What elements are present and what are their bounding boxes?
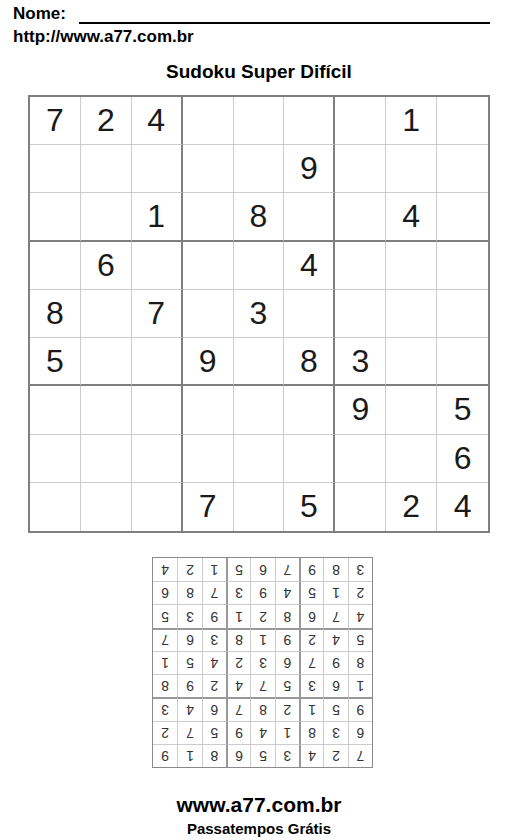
solution-cell-r5c6: 2 bbox=[226, 651, 250, 674]
solution-cell-r7c8: 3 bbox=[177, 604, 201, 627]
solution-cell-r8c9: 6 bbox=[153, 581, 177, 604]
puzzle-cell-r1c8: 1 bbox=[386, 97, 437, 145]
puzzle-cell-r9c6: 5 bbox=[284, 483, 335, 531]
puzzle-cell-r2c9 bbox=[437, 145, 488, 193]
site-url-text: http://www.a77.com.br bbox=[13, 27, 194, 47]
puzzle-cell-r4c4 bbox=[183, 242, 234, 290]
solution-cell-r2c9: 2 bbox=[153, 721, 177, 744]
puzzle-cell-r7c2 bbox=[81, 386, 132, 434]
solution-cell-r6c7: 3 bbox=[202, 628, 226, 651]
solution-cell-r8c2: 1 bbox=[323, 581, 347, 604]
solution-cell-r7c5: 2 bbox=[250, 604, 274, 627]
puzzle-cell-r6c4: 9 bbox=[183, 338, 234, 386]
puzzle-cell-r8c1 bbox=[30, 435, 81, 483]
puzzle-cell-r9c2 bbox=[81, 483, 132, 531]
puzzle-cell-r3c2 bbox=[81, 193, 132, 241]
solution-cell-r5c9: 1 bbox=[153, 651, 177, 674]
puzzle-cell-r5c6 bbox=[284, 290, 335, 338]
solution-cell-r5c2: 9 bbox=[323, 651, 347, 674]
puzzle-cell-r8c5 bbox=[234, 435, 285, 483]
puzzle-cell-r4c3 bbox=[132, 242, 183, 290]
puzzle-cell-r7c1 bbox=[30, 386, 81, 434]
puzzle-cell-r5c3: 7 bbox=[132, 290, 183, 338]
puzzle-cell-r1c9 bbox=[437, 97, 488, 145]
solution-cell-r2c7: 5 bbox=[202, 721, 226, 744]
puzzle-cell-r6c6: 8 bbox=[284, 338, 335, 386]
puzzle-cell-r4c6: 4 bbox=[284, 242, 335, 290]
solution-cell-r7c4: 8 bbox=[275, 604, 299, 627]
solution-cell-r2c4: 1 bbox=[275, 721, 299, 744]
solution-cell-r7c9: 5 bbox=[153, 604, 177, 627]
solution-cell-r5c8: 5 bbox=[177, 651, 201, 674]
solution-cell-r4c9: 8 bbox=[153, 674, 177, 697]
solution-cell-r5c4: 6 bbox=[275, 651, 299, 674]
solution-cell-r4c3: 3 bbox=[299, 674, 323, 697]
puzzle-cell-r2c3 bbox=[132, 145, 183, 193]
solution-cell-r3c2: 5 bbox=[323, 697, 347, 720]
sudoku-puzzle-grid: 724191846487359839567524 bbox=[28, 95, 490, 533]
solution-cell-r2c3: 8 bbox=[299, 721, 323, 744]
solution-cell-r1c2: 2 bbox=[323, 744, 347, 767]
solution-cell-r3c9: 3 bbox=[153, 697, 177, 720]
page-title: Sudoku Super Difícil bbox=[0, 61, 518, 83]
solution-cell-r6c5: 1 bbox=[250, 628, 274, 651]
puzzle-cell-r5c4 bbox=[183, 290, 234, 338]
puzzle-cell-r6c3 bbox=[132, 338, 183, 386]
puzzle-cell-r9c4: 7 bbox=[183, 483, 234, 531]
solution-cell-r8c1: 2 bbox=[348, 581, 372, 604]
page: Nome: http://www.a77.com.br Sudoku Super… bbox=[0, 0, 518, 840]
solution-cell-r8c7: 7 bbox=[202, 581, 226, 604]
solution-cell-r9c4: 7 bbox=[275, 558, 299, 581]
solution-cell-r3c6: 7 bbox=[226, 697, 250, 720]
puzzle-cell-r8c8 bbox=[386, 435, 437, 483]
solution-cell-r3c4: 2 bbox=[275, 697, 299, 720]
solution-cell-r9c7: 1 bbox=[202, 558, 226, 581]
solution-cell-r8c4: 4 bbox=[275, 581, 299, 604]
puzzle-cell-r1c4 bbox=[183, 97, 234, 145]
puzzle-cell-r4c7 bbox=[335, 242, 386, 290]
solution-cell-r4c1: 1 bbox=[348, 674, 372, 697]
solution-cell-r8c3: 5 bbox=[299, 581, 323, 604]
solution-cell-r2c6: 9 bbox=[226, 721, 250, 744]
puzzle-cell-r4c2: 6 bbox=[81, 242, 132, 290]
solution-cell-r3c5: 8 bbox=[250, 697, 274, 720]
solution-cell-r9c5: 6 bbox=[250, 558, 274, 581]
puzzle-cell-r4c5 bbox=[234, 242, 285, 290]
puzzle-cell-r5c7 bbox=[335, 290, 386, 338]
puzzle-cell-r9c1 bbox=[30, 483, 81, 531]
solution-cell-r1c7: 8 bbox=[202, 744, 226, 767]
solution-cell-r2c8: 7 bbox=[177, 721, 201, 744]
puzzle-cell-r4c8 bbox=[386, 242, 437, 290]
solution-cell-r4c5: 7 bbox=[250, 674, 274, 697]
solution-cell-r1c8: 1 bbox=[177, 744, 201, 767]
solution-cell-r9c3: 9 bbox=[299, 558, 323, 581]
solution-cell-r1c9: 9 bbox=[153, 744, 177, 767]
puzzle-cell-r1c7 bbox=[335, 97, 386, 145]
puzzle-cell-r7c6 bbox=[284, 386, 335, 434]
puzzle-cell-r8c4 bbox=[183, 435, 234, 483]
puzzle-cell-r3c5: 8 bbox=[234, 193, 285, 241]
puzzle-cell-r8c2 bbox=[81, 435, 132, 483]
puzzle-cell-r1c6 bbox=[284, 97, 335, 145]
puzzle-cell-r4c1 bbox=[30, 242, 81, 290]
solution-cell-r9c1: 3 bbox=[348, 558, 372, 581]
solution-cell-r2c2: 3 bbox=[323, 721, 347, 744]
puzzle-cell-r3c4 bbox=[183, 193, 234, 241]
puzzle-cell-r9c3 bbox=[132, 483, 183, 531]
puzzle-cell-r1c5 bbox=[234, 97, 285, 145]
solution-cell-r4c7: 2 bbox=[202, 674, 226, 697]
puzzle-cell-r6c9 bbox=[437, 338, 488, 386]
puzzle-cell-r3c9 bbox=[437, 193, 488, 241]
solution-cell-r9c6: 5 bbox=[226, 558, 250, 581]
puzzle-cell-r2c6: 9 bbox=[284, 145, 335, 193]
puzzle-cell-r3c8: 4 bbox=[386, 193, 437, 241]
solution-cell-r8c5: 9 bbox=[250, 581, 274, 604]
solution-cell-r3c8: 4 bbox=[177, 697, 201, 720]
solution-cell-r6c2: 4 bbox=[323, 628, 347, 651]
solution-cell-r9c9: 4 bbox=[153, 558, 177, 581]
puzzle-cell-r2c2 bbox=[81, 145, 132, 193]
solution-cell-r2c1: 6 bbox=[348, 721, 372, 744]
name-fill-line bbox=[79, 1, 490, 24]
footer-tagline: Passatempos Grátis bbox=[0, 820, 518, 837]
puzzle-cell-r7c8 bbox=[386, 386, 437, 434]
solution-cell-r1c6: 6 bbox=[226, 744, 250, 767]
puzzle-cell-r8c6 bbox=[284, 435, 335, 483]
puzzle-cell-r5c8 bbox=[386, 290, 437, 338]
puzzle-cell-r9c8: 2 bbox=[386, 483, 437, 531]
puzzle-cell-r7c9: 5 bbox=[437, 386, 488, 434]
puzzle-cell-r6c8 bbox=[386, 338, 437, 386]
solution-cell-r6c3: 2 bbox=[299, 628, 323, 651]
puzzle-cell-r7c4 bbox=[183, 386, 234, 434]
footer-site: www.a77.com.br bbox=[0, 793, 518, 817]
solution-cell-r4c2: 6 bbox=[323, 674, 347, 697]
puzzle-cell-r8c7 bbox=[335, 435, 386, 483]
solution-cell-r3c7: 6 bbox=[202, 697, 226, 720]
solution-cell-r8c8: 8 bbox=[177, 581, 201, 604]
puzzle-cell-r2c5 bbox=[234, 145, 285, 193]
puzzle-cell-r2c8 bbox=[386, 145, 437, 193]
puzzle-cell-r6c5 bbox=[234, 338, 285, 386]
sudoku-solution-grid-rotated: 7243568196381495729512876431635742988976… bbox=[152, 557, 373, 768]
puzzle-cell-r5c2 bbox=[81, 290, 132, 338]
puzzle-cell-r8c9: 6 bbox=[437, 435, 488, 483]
solution-cell-r7c1: 4 bbox=[348, 604, 372, 627]
puzzle-cell-r5c9 bbox=[437, 290, 488, 338]
solution-cell-r6c4: 9 bbox=[275, 628, 299, 651]
puzzle-cell-r9c9: 4 bbox=[437, 483, 488, 531]
puzzle-cell-r3c1 bbox=[30, 193, 81, 241]
solution-cell-r4c6: 4 bbox=[226, 674, 250, 697]
solution-cell-r6c8: 6 bbox=[177, 628, 201, 651]
solution-cell-r1c3: 4 bbox=[299, 744, 323, 767]
solution-cell-r5c7: 4 bbox=[202, 651, 226, 674]
puzzle-cell-r1c2: 2 bbox=[81, 97, 132, 145]
solution-cell-r5c3: 7 bbox=[299, 651, 323, 674]
puzzle-cell-r6c2 bbox=[81, 338, 132, 386]
solution-cell-r7c6: 1 bbox=[226, 604, 250, 627]
solution-cell-r9c8: 2 bbox=[177, 558, 201, 581]
solution-cell-r6c9: 7 bbox=[153, 628, 177, 651]
solution-cell-r4c4: 5 bbox=[275, 674, 299, 697]
puzzle-cell-r2c1 bbox=[30, 145, 81, 193]
puzzle-cell-r3c3: 1 bbox=[132, 193, 183, 241]
solution-cell-r5c5: 3 bbox=[250, 651, 274, 674]
puzzle-cell-r9c7 bbox=[335, 483, 386, 531]
puzzle-cell-r3c7 bbox=[335, 193, 386, 241]
solution-cell-r7c7: 9 bbox=[202, 604, 226, 627]
puzzle-cell-r4c9 bbox=[437, 242, 488, 290]
solution-cell-r2c5: 4 bbox=[250, 721, 274, 744]
solution-cell-r6c1: 5 bbox=[348, 628, 372, 651]
name-label: Nome: bbox=[13, 4, 66, 24]
solution-cell-r3c3: 1 bbox=[299, 697, 323, 720]
solution-cell-r7c2: 7 bbox=[323, 604, 347, 627]
solution-cell-r4c8: 9 bbox=[177, 674, 201, 697]
solution-cell-r8c6: 3 bbox=[226, 581, 250, 604]
puzzle-cell-r5c5: 3 bbox=[234, 290, 285, 338]
puzzle-cell-r1c1: 7 bbox=[30, 97, 81, 145]
solution-cell-r5c1: 8 bbox=[348, 651, 372, 674]
solution-cell-r1c5: 5 bbox=[250, 744, 274, 767]
puzzle-cell-r5c1: 8 bbox=[30, 290, 81, 338]
puzzle-cell-r2c4 bbox=[183, 145, 234, 193]
puzzle-cell-r8c3 bbox=[132, 435, 183, 483]
puzzle-cell-r3c6 bbox=[284, 193, 335, 241]
puzzle-cell-r1c3: 4 bbox=[132, 97, 183, 145]
puzzle-cell-r6c7: 3 bbox=[335, 338, 386, 386]
solution-cell-r1c4: 3 bbox=[275, 744, 299, 767]
solution-cell-r3c1: 9 bbox=[348, 697, 372, 720]
solution-cell-r9c2: 8 bbox=[323, 558, 347, 581]
puzzle-cell-r6c1: 5 bbox=[30, 338, 81, 386]
puzzle-cell-r7c7: 9 bbox=[335, 386, 386, 434]
puzzle-cell-r7c5 bbox=[234, 386, 285, 434]
solution-cell-r1c1: 7 bbox=[348, 744, 372, 767]
puzzle-cell-r2c7 bbox=[335, 145, 386, 193]
solution-cell-r7c3: 6 bbox=[299, 604, 323, 627]
puzzle-cell-r7c3 bbox=[132, 386, 183, 434]
solution-cell-r6c6: 8 bbox=[226, 628, 250, 651]
puzzle-cell-r9c5 bbox=[234, 483, 285, 531]
